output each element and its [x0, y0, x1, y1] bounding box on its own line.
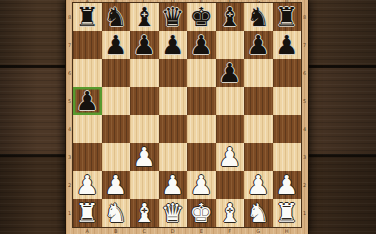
square-f1[interactable]: ♝ [216, 199, 245, 227]
square-e7[interactable]: ♟ [187, 31, 216, 59]
square-d4[interactable] [159, 115, 188, 143]
square-g5[interactable] [244, 87, 273, 115]
square-a3[interactable] [73, 143, 102, 171]
square-e3[interactable] [187, 143, 216, 171]
square-g6[interactable] [244, 59, 273, 87]
black-rook[interactable]: ♜ [273, 3, 302, 31]
white-pawn[interactable]: ♟ [102, 171, 131, 199]
square-f5[interactable] [216, 87, 245, 115]
white-pawn[interactable]: ♟ [130, 143, 159, 171]
rank-label-6: 6 [301, 59, 308, 87]
square-c4[interactable] [130, 115, 159, 143]
rank-label-7: 7 [66, 31, 73, 59]
square-a7[interactable] [73, 31, 102, 59]
square-h7[interactable]: ♟ [273, 31, 302, 59]
black-pawn[interactable]: ♟ [244, 31, 273, 59]
square-c8[interactable]: ♝ [130, 3, 159, 31]
rank-label-2: 2 [301, 171, 308, 199]
square-e8[interactable]: ♚ [187, 3, 216, 31]
square-d7[interactable]: ♟ [159, 31, 188, 59]
square-h6[interactable] [273, 59, 302, 87]
file-label-d: D [159, 227, 188, 234]
file-label-a: A [73, 227, 102, 234]
rank-label-2: 2 [66, 171, 73, 199]
white-knight[interactable]: ♞ [102, 199, 131, 227]
square-g1[interactable]: ♞ [244, 199, 273, 227]
rank-label-3: 3 [301, 143, 308, 171]
square-d5[interactable] [159, 87, 188, 115]
square-b2[interactable]: ♟ [102, 171, 131, 199]
white-rook[interactable]: ♜ [73, 199, 102, 227]
square-d6[interactable] [159, 59, 188, 87]
square-f4[interactable] [216, 115, 245, 143]
square-c3[interactable]: ♟ [130, 143, 159, 171]
square-c2[interactable] [130, 171, 159, 199]
black-pawn[interactable]: ♟ [273, 31, 302, 59]
file-label-c: C [130, 227, 159, 234]
black-pawn[interactable]: ♟ [216, 59, 245, 87]
square-c7[interactable]: ♟ [130, 31, 159, 59]
file-label-e: E [187, 227, 216, 234]
white-king[interactable]: ♚ [187, 199, 216, 227]
black-bishop[interactable]: ♝ [216, 3, 245, 31]
square-f7[interactable] [216, 31, 245, 59]
white-knight[interactable]: ♞ [244, 199, 273, 227]
square-b5[interactable] [102, 87, 131, 115]
rank-label-1: 1 [301, 199, 308, 227]
square-h2[interactable]: ♟ [273, 171, 302, 199]
file-label-b: B [102, 227, 131, 234]
white-pawn[interactable]: ♟ [216, 143, 245, 171]
rank-labels-left: 87654321 [66, 3, 73, 227]
board-grid: ♜♞♝♛♚♝♞♜♟♟♟♟♟♟♟♟♟♟♟♟♟♟♟♟♜♞♝♛♚♝♞♜ [73, 3, 301, 227]
square-h3[interactable] [273, 143, 302, 171]
square-d1[interactable]: ♛ [159, 199, 188, 227]
white-queen[interactable]: ♛ [159, 199, 188, 227]
rank-label-1: 1 [66, 199, 73, 227]
square-f8[interactable]: ♝ [216, 3, 245, 31]
black-bishop[interactable]: ♝ [130, 3, 159, 31]
square-h5[interactable] [273, 87, 302, 115]
square-c5[interactable] [130, 87, 159, 115]
square-b7[interactable]: ♟ [102, 31, 131, 59]
file-label-h: H [273, 227, 302, 234]
rank-label-5: 5 [301, 87, 308, 115]
rank-label-4: 4 [66, 115, 73, 143]
white-pawn[interactable]: ♟ [73, 171, 102, 199]
square-e4[interactable] [187, 115, 216, 143]
file-label-f: F [216, 227, 245, 234]
rank-label-4: 4 [301, 115, 308, 143]
file-label-g: G [244, 227, 273, 234]
white-pawn[interactable]: ♟ [273, 171, 302, 199]
square-f3[interactable]: ♟ [216, 143, 245, 171]
square-e6[interactable] [187, 59, 216, 87]
square-g3[interactable] [244, 143, 273, 171]
square-d3[interactable] [159, 143, 188, 171]
square-b8[interactable]: ♞ [102, 3, 131, 31]
square-a6[interactable] [73, 59, 102, 87]
square-a1[interactable]: ♜ [73, 199, 102, 227]
square-g2[interactable]: ♟ [244, 171, 273, 199]
rank-label-6: 6 [66, 59, 73, 87]
chess-board: ABCDEFGH ABCDEFGH 87654321 87654321 ♜♞♝♛… [66, 0, 308, 234]
square-d2[interactable]: ♟ [159, 171, 188, 199]
square-g8[interactable]: ♞ [244, 3, 273, 31]
square-c6[interactable] [130, 59, 159, 87]
white-bishop[interactable]: ♝ [130, 199, 159, 227]
square-h1[interactable]: ♜ [273, 199, 302, 227]
black-pawn[interactable]: ♟ [102, 31, 131, 59]
square-e5[interactable] [187, 87, 216, 115]
black-pawn[interactable]: ♟ [159, 31, 188, 59]
black-queen[interactable]: ♛ [159, 3, 188, 31]
square-a4[interactable] [73, 115, 102, 143]
white-bishop[interactable]: ♝ [216, 199, 245, 227]
white-pawn[interactable]: ♟ [159, 171, 188, 199]
square-f6[interactable]: ♟ [216, 59, 245, 87]
rank-labels-right: 87654321 [301, 3, 308, 227]
file-labels-bottom: ABCDEFGH [73, 227, 301, 234]
square-b3[interactable] [102, 143, 131, 171]
black-rook[interactable]: ♜ [73, 3, 102, 31]
square-h8[interactable]: ♜ [273, 3, 302, 31]
square-d8[interactable]: ♛ [159, 3, 188, 31]
rank-label-5: 5 [66, 87, 73, 115]
black-pawn[interactable]: ♟ [73, 87, 102, 115]
square-g7[interactable]: ♟ [244, 31, 273, 59]
square-b4[interactable] [102, 115, 131, 143]
square-c1[interactable]: ♝ [130, 199, 159, 227]
rank-label-3: 3 [66, 143, 73, 171]
black-pawn[interactable]: ♟ [187, 31, 216, 59]
black-knight[interactable]: ♞ [102, 3, 131, 31]
square-e1[interactable]: ♚ [187, 199, 216, 227]
square-h4[interactable] [273, 115, 302, 143]
square-g4[interactable] [244, 115, 273, 143]
rank-label-8: 8 [66, 3, 73, 31]
rank-label-7: 7 [301, 31, 308, 59]
square-b6[interactable] [102, 59, 131, 87]
black-king[interactable]: ♚ [187, 3, 216, 31]
black-knight[interactable]: ♞ [244, 3, 273, 31]
white-rook[interactable]: ♜ [273, 199, 302, 227]
rank-label-8: 8 [301, 3, 308, 31]
white-pawn[interactable]: ♟ [187, 171, 216, 199]
square-f2[interactable] [216, 171, 245, 199]
square-a8[interactable]: ♜ [73, 3, 102, 31]
black-pawn[interactable]: ♟ [130, 31, 159, 59]
square-e2[interactable]: ♟ [187, 171, 216, 199]
square-a5[interactable]: ♟ [73, 87, 102, 115]
square-a2[interactable]: ♟ [73, 171, 102, 199]
square-b1[interactable]: ♞ [102, 199, 131, 227]
white-pawn[interactable]: ♟ [244, 171, 273, 199]
